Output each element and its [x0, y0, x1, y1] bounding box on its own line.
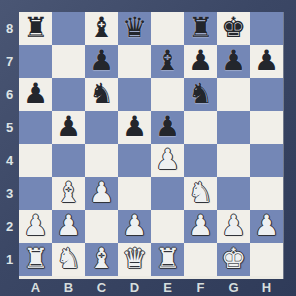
- square-e7[interactable]: ♝: [151, 45, 184, 78]
- white-pawn-g2[interactable]: ♟: [217, 210, 250, 243]
- square-e6[interactable]: [151, 78, 184, 111]
- square-a5[interactable]: [19, 111, 52, 144]
- square-d7[interactable]: [118, 45, 151, 78]
- rank-label-5: 5: [0, 111, 19, 144]
- file-label-g: G: [217, 280, 250, 296]
- white-pawn-f2[interactable]: ♟: [184, 210, 217, 243]
- square-g6[interactable]: [217, 78, 250, 111]
- black-king-g8[interactable]: ♚: [217, 12, 250, 45]
- square-a1[interactable]: ♜: [19, 243, 52, 276]
- rank-label-7: 7: [0, 45, 19, 78]
- square-b6[interactable]: [52, 78, 85, 111]
- square-c1[interactable]: ♝: [85, 243, 118, 276]
- black-pawn-f7[interactable]: ♟: [184, 45, 217, 78]
- file-label-d: D: [118, 280, 151, 296]
- square-b7[interactable]: [52, 45, 85, 78]
- rank-label-4: 4: [0, 144, 19, 177]
- square-h8[interactable]: [250, 12, 283, 45]
- chess-board-widget: ♜♝♛♜♚♟♝♟♟♟♟♞♞♟♟♟♟♝♟♞♟♟♟♟♟♟♜♞♝♛♜♚ 8 7 6 5…: [0, 0, 296, 296]
- square-f1[interactable]: [184, 243, 217, 276]
- square-h2[interactable]: ♟: [250, 210, 283, 243]
- square-b5[interactable]: ♟: [52, 111, 85, 144]
- square-h3[interactable]: [250, 177, 283, 210]
- white-pawn-h2[interactable]: ♟: [250, 210, 283, 243]
- rank-label-2: 2: [0, 210, 19, 243]
- square-b3[interactable]: ♝: [52, 177, 85, 210]
- square-c5[interactable]: [85, 111, 118, 144]
- square-e5[interactable]: ♟: [151, 111, 184, 144]
- square-f4[interactable]: [184, 144, 217, 177]
- square-a7[interactable]: [19, 45, 52, 78]
- square-d8[interactable]: ♛: [118, 12, 151, 45]
- square-g1[interactable]: ♚: [217, 243, 250, 276]
- black-pawn-c7[interactable]: ♟: [85, 45, 118, 78]
- black-rook-f8[interactable]: ♜: [184, 12, 217, 45]
- rank-label-8: 8: [0, 12, 19, 45]
- white-king-g1[interactable]: ♚: [217, 243, 250, 276]
- white-bishop-b3[interactable]: ♝: [52, 177, 85, 210]
- white-pawn-e4[interactable]: ♟: [151, 144, 184, 177]
- square-c2[interactable]: [85, 210, 118, 243]
- black-pawn-d5[interactable]: ♟: [118, 111, 151, 144]
- file-label-h: H: [250, 280, 283, 296]
- square-c8[interactable]: ♝: [85, 12, 118, 45]
- chess-board: ♜♝♛♜♚♟♝♟♟♟♟♞♞♟♟♟♟♝♟♞♟♟♟♟♟♟♜♞♝♛♜♚: [19, 12, 283, 279]
- square-f6[interactable]: ♞: [184, 78, 217, 111]
- rank-label-1: 1: [0, 243, 19, 276]
- white-knight-b1[interactable]: ♞: [52, 243, 85, 276]
- square-g2[interactable]: ♟: [217, 210, 250, 243]
- black-pawn-b5[interactable]: ♟: [52, 111, 85, 144]
- file-label-b: B: [52, 280, 85, 296]
- white-bishop-c1[interactable]: ♝: [85, 243, 118, 276]
- black-knight-c6[interactable]: ♞: [85, 78, 118, 111]
- white-queen-d1[interactable]: ♛: [118, 243, 151, 276]
- file-label-e: E: [151, 280, 184, 296]
- rank-label-3: 3: [0, 177, 19, 210]
- square-d4[interactable]: [118, 144, 151, 177]
- square-c6[interactable]: ♞: [85, 78, 118, 111]
- square-g8[interactable]: ♚: [217, 12, 250, 45]
- square-e4[interactable]: ♟: [151, 144, 184, 177]
- rank-label-6: 6: [0, 78, 19, 111]
- square-c7[interactable]: ♟: [85, 45, 118, 78]
- square-d3[interactable]: [118, 177, 151, 210]
- square-b4[interactable]: [52, 144, 85, 177]
- black-pawn-a6[interactable]: ♟: [19, 78, 52, 111]
- white-pawn-c3[interactable]: ♟: [85, 177, 118, 210]
- square-c4[interactable]: [85, 144, 118, 177]
- black-bishop-e7[interactable]: ♝: [151, 45, 184, 78]
- square-e3[interactable]: [151, 177, 184, 210]
- square-g3[interactable]: [217, 177, 250, 210]
- square-h7[interactable]: ♟: [250, 45, 283, 78]
- black-rook-a8[interactable]: ♜: [19, 12, 52, 45]
- black-pawn-e5[interactable]: ♟: [151, 111, 184, 144]
- black-pawn-g7[interactable]: ♟: [217, 45, 250, 78]
- square-e8[interactable]: [151, 12, 184, 45]
- square-g5[interactable]: [217, 111, 250, 144]
- square-e1[interactable]: ♜: [151, 243, 184, 276]
- black-queen-d8[interactable]: ♛: [118, 12, 151, 45]
- square-e2[interactable]: [151, 210, 184, 243]
- square-g7[interactable]: ♟: [217, 45, 250, 78]
- square-a3[interactable]: [19, 177, 52, 210]
- square-a8[interactable]: ♜: [19, 12, 52, 45]
- square-b1[interactable]: ♞: [52, 243, 85, 276]
- black-knight-f6[interactable]: ♞: [184, 78, 217, 111]
- square-a4[interactable]: [19, 144, 52, 177]
- square-d5[interactable]: ♟: [118, 111, 151, 144]
- square-d1[interactable]: ♛: [118, 243, 151, 276]
- file-label-f: F: [184, 280, 217, 296]
- square-h4[interactable]: [250, 144, 283, 177]
- square-b8[interactable]: [52, 12, 85, 45]
- square-h5[interactable]: [250, 111, 283, 144]
- square-f5[interactable]: [184, 111, 217, 144]
- square-c3[interactable]: ♟: [85, 177, 118, 210]
- square-d2[interactable]: ♟: [118, 210, 151, 243]
- square-a6[interactable]: ♟: [19, 78, 52, 111]
- square-h1[interactable]: [250, 243, 283, 276]
- square-d6[interactable]: [118, 78, 151, 111]
- white-pawn-d2[interactable]: ♟: [118, 210, 151, 243]
- white-rook-e1[interactable]: ♜: [151, 243, 184, 276]
- file-label-a: A: [19, 280, 52, 296]
- square-g4[interactable]: [217, 144, 250, 177]
- square-h6[interactable]: [250, 78, 283, 111]
- black-bishop-c8[interactable]: ♝: [85, 12, 118, 45]
- file-label-c: C: [85, 280, 118, 296]
- square-f7[interactable]: ♟: [184, 45, 217, 78]
- white-pawn-b2[interactable]: ♟: [52, 210, 85, 243]
- black-pawn-h7[interactable]: ♟: [250, 45, 283, 78]
- white-pawn-a2[interactable]: ♟: [19, 210, 52, 243]
- white-rook-a1[interactable]: ♜: [19, 243, 52, 276]
- square-a2[interactable]: ♟: [19, 210, 52, 243]
- square-f8[interactable]: ♜: [184, 12, 217, 45]
- square-f2[interactable]: ♟: [184, 210, 217, 243]
- white-knight-f3[interactable]: ♞: [184, 177, 217, 210]
- square-f3[interactable]: ♞: [184, 177, 217, 210]
- square-b2[interactable]: ♟: [52, 210, 85, 243]
